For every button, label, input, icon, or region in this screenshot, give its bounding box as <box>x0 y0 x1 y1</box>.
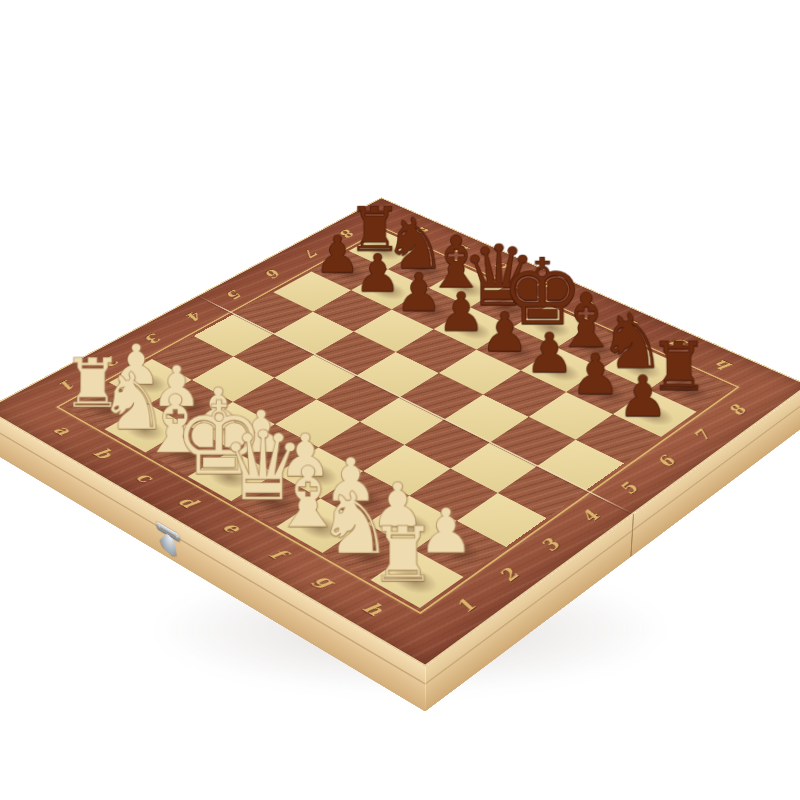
coord-file-near-a: a <box>49 422 78 438</box>
piece-black-pawn-g7[interactable]: ♟ <box>570 346 620 402</box>
coord-rank-right-5: 5 <box>613 480 644 497</box>
piece-black-pawn-h7[interactable]: ♟ <box>617 368 668 425</box>
coord-rank-right-7: 7 <box>687 427 717 443</box>
coord-file-near-b: b <box>88 445 118 462</box>
coord-file-near-d: d <box>173 493 203 511</box>
coord-file-near-c: c <box>131 469 160 486</box>
piece-black-pawn-e7[interactable]: ♟ <box>480 305 529 360</box>
coord-rank-right-3: 3 <box>534 536 565 554</box>
coord-file-far-h: h <box>710 358 737 373</box>
coord-rank-right-6: 6 <box>651 453 681 470</box>
coord-file-near-f: f <box>265 545 291 562</box>
piece-black-pawn-b7[interactable]: ♟ <box>354 247 401 299</box>
piece-black-pawn-c7[interactable]: ♟ <box>395 266 443 319</box>
coord-file-near-e: e <box>217 518 247 536</box>
coord-rank-left-5: 5 <box>222 287 248 300</box>
coord-rank-right-2: 2 <box>493 565 525 584</box>
product-photo-scene: ♜♞♝♛♚♝♞♜♟♟♟♟♟♟♟♟♟♟♟♟♟♟♟♟♜♞♝♚♛♝♞♜ aabbccd… <box>0 0 800 800</box>
piece-black-pawn-d7[interactable]: ♟ <box>437 285 485 339</box>
box-fold-seam-right <box>630 514 634 558</box>
piece-black-pawn-f7[interactable]: ♟ <box>524 326 574 381</box>
piece-white-rook-h1[interactable]: ♜ <box>369 517 437 593</box>
coord-rank-right-4: 4 <box>575 507 606 525</box>
coord-file-near-g: g <box>309 571 340 591</box>
coord-file-near-h: h <box>358 598 390 619</box>
coord-rank-right-8: 8 <box>723 402 752 418</box>
coord-rank-left-4: 4 <box>182 309 208 323</box>
coord-rank-right-1: 1 <box>450 596 482 616</box>
coord-rank-left-6: 6 <box>261 266 287 279</box>
